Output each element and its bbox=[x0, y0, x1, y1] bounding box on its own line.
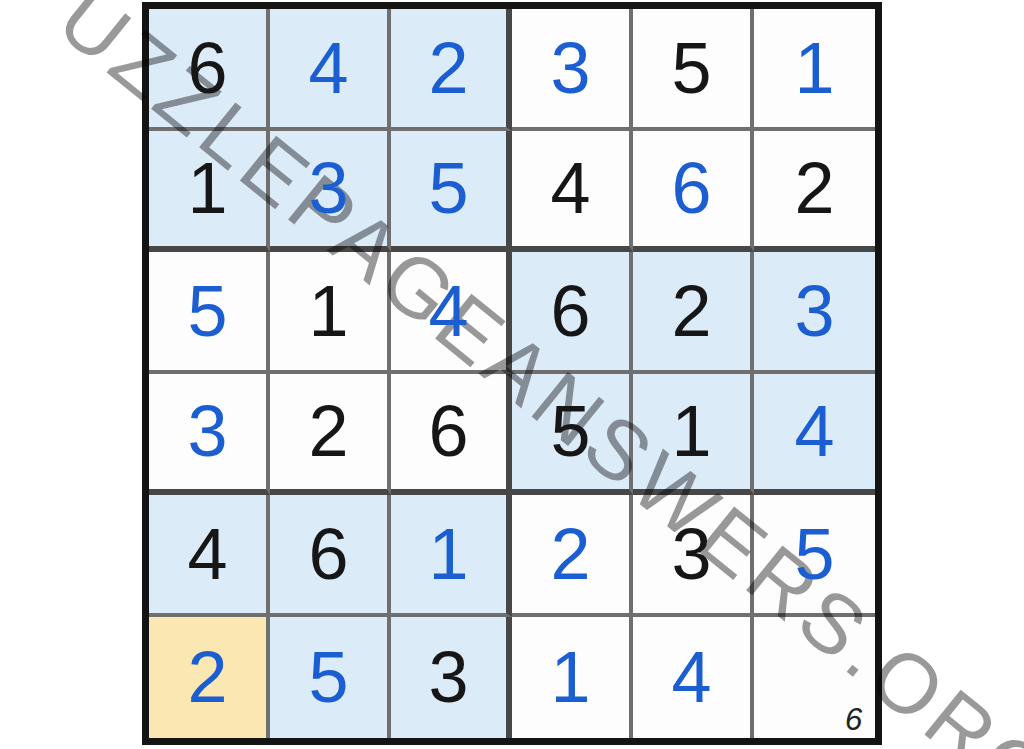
cell-r1c3: 2 bbox=[391, 9, 512, 131]
cell-r1c4: 3 bbox=[512, 9, 633, 131]
answer-digit: 3 bbox=[550, 32, 590, 104]
cell-r1c6: 1 bbox=[754, 9, 875, 131]
given-digit: 2 bbox=[794, 152, 834, 224]
page-annotation: 6 bbox=[845, 702, 862, 738]
cell-r5c2: 6 bbox=[270, 495, 391, 617]
answer-digit: 5 bbox=[308, 641, 348, 713]
cell-r1c2: 4 bbox=[270, 9, 391, 131]
cell-r6c1: 2 bbox=[149, 617, 270, 739]
cell-r3c5: 2 bbox=[633, 252, 754, 374]
given-digit: 3 bbox=[671, 518, 711, 590]
given-digit: 6 bbox=[187, 32, 227, 104]
cell-r6c4: 1 bbox=[512, 617, 633, 739]
page: 64235113546251462332651446123525314 6 PU… bbox=[0, 0, 1024, 749]
cell-r5c4: 2 bbox=[512, 495, 633, 617]
cell-r2c2: 3 bbox=[270, 131, 391, 253]
cell-r5c3: 1 bbox=[391, 495, 512, 617]
answer-digit: 5 bbox=[428, 152, 468, 224]
given-digit: 6 bbox=[308, 518, 348, 590]
answer-digit: 4 bbox=[308, 32, 348, 104]
given-digit: 1 bbox=[187, 152, 227, 224]
given-digit: 6 bbox=[428, 395, 468, 467]
cell-r3c4: 6 bbox=[512, 252, 633, 374]
sudoku-grid: 64235113546251462332651446123525314 bbox=[149, 9, 875, 738]
answer-digit: 2 bbox=[428, 32, 468, 104]
given-digit: 5 bbox=[550, 395, 590, 467]
cell-r6c5: 4 bbox=[633, 617, 754, 739]
cell-r1c1: 6 bbox=[149, 9, 270, 131]
answer-digit: 1 bbox=[794, 32, 834, 104]
cell-r3c6: 3 bbox=[754, 252, 875, 374]
answer-digit: 3 bbox=[794, 275, 834, 347]
cell-r1c5: 5 bbox=[633, 9, 754, 131]
answer-digit: 3 bbox=[308, 152, 348, 224]
sudoku-board: 64235113546251462332651446123525314 6 bbox=[142, 2, 882, 745]
cell-r3c3: 4 bbox=[391, 252, 512, 374]
answer-digit: 2 bbox=[550, 518, 590, 590]
answer-digit: 4 bbox=[428, 275, 468, 347]
answer-digit: 4 bbox=[671, 641, 711, 713]
cell-r5c5: 3 bbox=[633, 495, 754, 617]
given-digit: 5 bbox=[671, 32, 711, 104]
cell-r4c6: 4 bbox=[754, 374, 875, 496]
cell-r6c3: 3 bbox=[391, 617, 512, 739]
cell-r4c5: 1 bbox=[633, 374, 754, 496]
given-digit: 4 bbox=[187, 518, 227, 590]
answer-digit: 1 bbox=[428, 518, 468, 590]
cell-r4c1: 3 bbox=[149, 374, 270, 496]
cell-r4c2: 2 bbox=[270, 374, 391, 496]
answer-digit: 4 bbox=[794, 395, 834, 467]
answer-digit: 1 bbox=[550, 641, 590, 713]
cell-r2c3: 5 bbox=[391, 131, 512, 253]
given-digit: 2 bbox=[671, 275, 711, 347]
answer-digit: 5 bbox=[187, 275, 227, 347]
cell-r5c6: 5 bbox=[754, 495, 875, 617]
cell-r4c4: 5 bbox=[512, 374, 633, 496]
cell-r6c2: 5 bbox=[270, 617, 391, 739]
given-digit: 1 bbox=[671, 395, 711, 467]
cell-r2c5: 6 bbox=[633, 131, 754, 253]
given-digit: 2 bbox=[308, 395, 348, 467]
given-digit: 6 bbox=[550, 275, 590, 347]
answer-digit: 6 bbox=[671, 152, 711, 224]
cell-r3c2: 1 bbox=[270, 252, 391, 374]
given-digit: 1 bbox=[308, 275, 348, 347]
cell-r2c6: 2 bbox=[754, 131, 875, 253]
cell-r4c3: 6 bbox=[391, 374, 512, 496]
cell-r2c4: 4 bbox=[512, 131, 633, 253]
cell-r3c1: 5 bbox=[149, 252, 270, 374]
answer-digit: 2 bbox=[187, 641, 227, 713]
given-digit: 3 bbox=[428, 641, 468, 713]
answer-digit: 3 bbox=[187, 395, 227, 467]
cell-r2c1: 1 bbox=[149, 131, 270, 253]
given-digit: 4 bbox=[550, 152, 590, 224]
cell-r5c1: 4 bbox=[149, 495, 270, 617]
answer-digit: 5 bbox=[794, 518, 834, 590]
